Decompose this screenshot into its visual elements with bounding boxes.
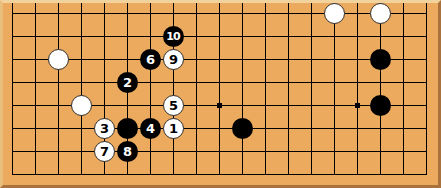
board-cell <box>185 117 208 140</box>
board-cell <box>415 140 438 163</box>
board-cell <box>415 48 438 71</box>
board-cell <box>346 94 369 117</box>
stone-white <box>370 3 391 24</box>
board-cell <box>3 117 24 140</box>
board-cell <box>208 71 231 94</box>
star-point-marker <box>355 103 360 108</box>
board-cell <box>47 117 70 140</box>
board-cell <box>346 48 369 71</box>
board-cell <box>139 71 162 94</box>
board-cell <box>47 140 70 163</box>
board-cell <box>93 3 116 25</box>
board-cell <box>70 117 93 140</box>
stone-white <box>324 3 345 24</box>
board-cell <box>70 94 93 117</box>
board-cell <box>24 25 47 48</box>
board-cell <box>70 48 93 71</box>
board-cell <box>300 163 323 185</box>
board-cell: 9 <box>162 48 185 71</box>
board-cell <box>323 94 346 117</box>
board-cell <box>254 3 277 25</box>
board-cell <box>346 3 369 25</box>
board-cell <box>3 163 24 185</box>
board-cell <box>208 25 231 48</box>
board-cell <box>162 3 185 25</box>
board-cell <box>277 3 300 25</box>
board-cell: 3 <box>93 117 116 140</box>
board-cell <box>208 163 231 185</box>
stone-black-move-4: 4 <box>140 118 161 139</box>
stone-black <box>117 118 138 139</box>
stone-black-move-2: 2 <box>117 72 138 93</box>
stone-black-move-6: 6 <box>140 49 161 70</box>
board-cell <box>3 71 24 94</box>
board-cell <box>47 163 70 185</box>
board-cell <box>47 94 70 117</box>
board-cell <box>93 71 116 94</box>
board-cell <box>323 71 346 94</box>
board-cell <box>323 3 346 25</box>
board-cell <box>116 117 139 140</box>
stone-black-move-10: 10 <box>163 26 184 47</box>
stone-white-move-7: 7 <box>94 141 115 162</box>
board-cell <box>369 94 392 117</box>
board-cell <box>116 25 139 48</box>
board-cell: 6 <box>139 48 162 71</box>
board-cell <box>139 25 162 48</box>
stone-white-move-3: 3 <box>94 118 115 139</box>
board-cell <box>185 71 208 94</box>
board-cell <box>70 163 93 185</box>
board-cell: 2 <box>116 71 139 94</box>
board-cell <box>369 163 392 185</box>
stone-white-move-9: 9 <box>163 49 184 70</box>
board-cell <box>24 3 47 25</box>
board-cell <box>254 163 277 185</box>
board-cell <box>392 71 415 94</box>
board-cell <box>346 117 369 140</box>
board-cell: 5 <box>162 94 185 117</box>
board-cell <box>346 163 369 185</box>
board-cell <box>277 117 300 140</box>
board-cell <box>254 140 277 163</box>
board-cell <box>162 163 185 185</box>
board-cell <box>185 163 208 185</box>
board-cell <box>369 25 392 48</box>
board-cell <box>139 94 162 117</box>
board-cell <box>3 25 24 48</box>
board-cell <box>3 94 24 117</box>
board-cell <box>231 3 254 25</box>
board-cell <box>392 117 415 140</box>
board-cell <box>300 140 323 163</box>
board-cell <box>254 25 277 48</box>
board-cell <box>3 140 24 163</box>
board-cell <box>254 71 277 94</box>
board-cell <box>231 140 254 163</box>
board-cell <box>277 25 300 48</box>
board-cell <box>24 140 47 163</box>
board-cell <box>185 140 208 163</box>
stone-black-move-8: 8 <box>117 141 138 162</box>
board-cell <box>47 71 70 94</box>
board-cell <box>116 94 139 117</box>
board-cell <box>369 117 392 140</box>
board-cell <box>47 25 70 48</box>
board-cell <box>24 94 47 117</box>
board-cell <box>3 3 24 25</box>
board-cell <box>162 140 185 163</box>
board-cell <box>415 3 438 25</box>
board-cell <box>139 163 162 185</box>
stone-black <box>370 95 391 116</box>
board-cell <box>116 48 139 71</box>
board-cell <box>185 3 208 25</box>
board-cell <box>70 3 93 25</box>
board-cell <box>323 25 346 48</box>
stone-white-move-5: 5 <box>163 95 184 116</box>
board-cell <box>415 71 438 94</box>
go-board: 10692534178 <box>3 3 438 185</box>
goban-grid: 10692534178 <box>3 3 438 185</box>
board-cell <box>300 48 323 71</box>
stone-white <box>48 49 69 70</box>
board-cell <box>415 163 438 185</box>
board-cell <box>231 71 254 94</box>
board-cell: 10 <box>162 25 185 48</box>
board-cell <box>116 3 139 25</box>
board-cell <box>231 25 254 48</box>
board-cell <box>254 94 277 117</box>
board-cell: 8 <box>116 140 139 163</box>
board-cell <box>116 163 139 185</box>
board-cell <box>415 117 438 140</box>
board-cell <box>231 94 254 117</box>
board-cell <box>415 94 438 117</box>
board-cell <box>24 48 47 71</box>
board-cell <box>70 71 93 94</box>
board-cell <box>231 163 254 185</box>
board-cell <box>369 71 392 94</box>
board-cell <box>231 48 254 71</box>
board-cell <box>208 3 231 25</box>
board-cell <box>162 71 185 94</box>
board-cell <box>3 48 24 71</box>
board-cell: 4 <box>139 117 162 140</box>
board-cell <box>300 25 323 48</box>
board-cell <box>277 71 300 94</box>
board-cell <box>346 25 369 48</box>
board-cell <box>277 94 300 117</box>
board-cell <box>300 94 323 117</box>
board-cell <box>392 25 415 48</box>
board-cell <box>93 25 116 48</box>
board-cell <box>254 48 277 71</box>
board-cell <box>300 71 323 94</box>
board-cell <box>93 48 116 71</box>
board-cell <box>208 117 231 140</box>
board-cell <box>93 94 116 117</box>
stone-white <box>71 95 92 116</box>
board-cell <box>392 94 415 117</box>
stone-white-move-1: 1 <box>163 118 184 139</box>
board-cell <box>231 117 254 140</box>
board-cell: 7 <box>93 140 116 163</box>
go-diagram: 10692534178 <box>0 0 441 188</box>
board-cell <box>346 140 369 163</box>
board-cell <box>277 48 300 71</box>
board-cell <box>323 48 346 71</box>
board-cell <box>323 117 346 140</box>
board-cell <box>208 94 231 117</box>
board-cell <box>300 3 323 25</box>
board-cell <box>208 48 231 71</box>
board-cell <box>47 3 70 25</box>
stone-black <box>232 118 253 139</box>
board-cell <box>323 140 346 163</box>
board-cell <box>139 3 162 25</box>
star-point-marker <box>217 103 222 108</box>
board-cell <box>300 117 323 140</box>
board-cell <box>369 48 392 71</box>
board-cell <box>277 163 300 185</box>
board-cell <box>24 71 47 94</box>
board-cell <box>208 140 231 163</box>
board-cell <box>70 140 93 163</box>
board-cell <box>24 117 47 140</box>
board-cell <box>185 48 208 71</box>
board-cell <box>93 163 116 185</box>
board-cell <box>47 48 70 71</box>
board-cell <box>346 71 369 94</box>
board-cell <box>185 25 208 48</box>
board-cell <box>323 163 346 185</box>
board-cell <box>415 25 438 48</box>
board-cell <box>254 117 277 140</box>
board-cell <box>277 140 300 163</box>
board-cell <box>392 140 415 163</box>
board-cell <box>185 94 208 117</box>
board-cell <box>369 3 392 25</box>
stone-black <box>370 49 391 70</box>
board-cell <box>392 163 415 185</box>
board-cell <box>24 163 47 185</box>
board-cell: 1 <box>162 117 185 140</box>
board-cell <box>139 140 162 163</box>
board-cell <box>392 3 415 25</box>
board-cell <box>392 48 415 71</box>
board-cell <box>369 140 392 163</box>
board-cell <box>70 25 93 48</box>
